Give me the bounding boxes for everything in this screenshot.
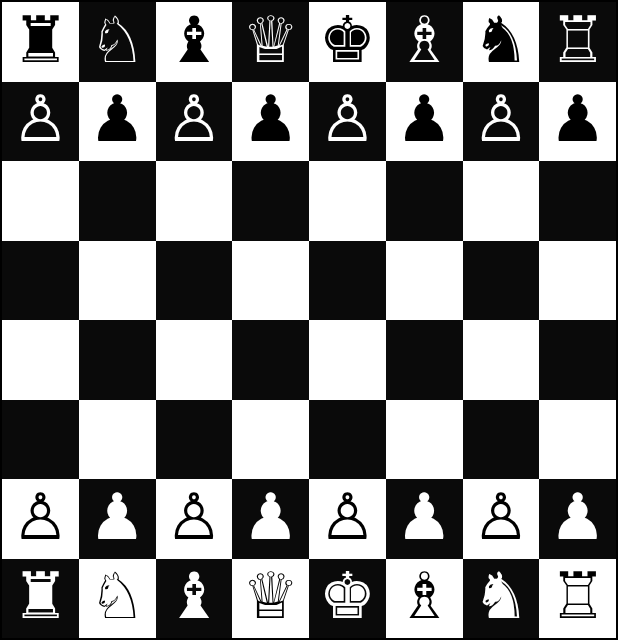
- square-e4[interactable]: [309, 320, 386, 400]
- square-g6[interactable]: [463, 161, 540, 241]
- piece-white-bishop: ♝: [165, 564, 222, 628]
- square-e6[interactable]: [309, 161, 386, 241]
- piece-white-pawn: ♟: [242, 485, 299, 549]
- square-a2[interactable]: ♙: [2, 479, 79, 559]
- square-b3[interactable]: [79, 400, 156, 480]
- piece-white-knight: ♘: [88, 564, 145, 628]
- square-a4[interactable]: [2, 320, 79, 400]
- piece-white-bishop: ♗: [395, 564, 452, 628]
- piece-black-knight: ♞: [472, 8, 529, 72]
- square-a3[interactable]: [2, 400, 79, 480]
- piece-black-pawn: ♙: [12, 87, 69, 151]
- square-b5[interactable]: [79, 241, 156, 321]
- square-a5[interactable]: [2, 241, 79, 321]
- piece-white-pawn: ♟: [395, 485, 452, 549]
- square-a6[interactable]: [2, 161, 79, 241]
- piece-white-pawn: ♙: [319, 485, 376, 549]
- square-g5[interactable]: [463, 241, 540, 321]
- piece-white-knight: ♞: [472, 564, 529, 628]
- piece-black-pawn: ♟: [549, 87, 606, 151]
- square-f7[interactable]: ♟: [386, 82, 463, 162]
- square-e2[interactable]: ♙: [309, 479, 386, 559]
- piece-black-pawn: ♙: [165, 87, 222, 151]
- square-e5[interactable]: [309, 241, 386, 321]
- square-a7[interactable]: ♙: [2, 82, 79, 162]
- piece-black-knight: ♘: [88, 8, 145, 72]
- square-b7[interactable]: ♟: [79, 82, 156, 162]
- square-g2[interactable]: ♙: [463, 479, 540, 559]
- piece-black-pawn: ♟: [242, 87, 299, 151]
- piece-black-rook: ♜: [12, 8, 69, 72]
- piece-black-bishop: ♗: [395, 8, 452, 72]
- square-f8[interactable]: ♗: [386, 2, 463, 82]
- square-f2[interactable]: ♟: [386, 479, 463, 559]
- square-d2[interactable]: ♟: [232, 479, 309, 559]
- square-d3[interactable]: [232, 400, 309, 480]
- square-g7[interactable]: ♙: [463, 82, 540, 162]
- square-e7[interactable]: ♙: [309, 82, 386, 162]
- square-c3[interactable]: [156, 400, 233, 480]
- square-c4[interactable]: [156, 320, 233, 400]
- square-d8[interactable]: ♕: [232, 2, 309, 82]
- piece-black-pawn: ♙: [319, 87, 376, 151]
- piece-black-pawn: ♟: [88, 87, 145, 151]
- square-e3[interactable]: [309, 400, 386, 480]
- square-c1[interactable]: ♝: [156, 559, 233, 639]
- piece-white-pawn: ♙: [12, 485, 69, 549]
- square-e8[interactable]: ♚: [309, 2, 386, 82]
- piece-black-rook: ♖: [549, 8, 606, 72]
- square-f4[interactable]: [386, 320, 463, 400]
- square-h7[interactable]: ♟: [539, 82, 616, 162]
- square-d5[interactable]: [232, 241, 309, 321]
- square-g3[interactable]: [463, 400, 540, 480]
- piece-white-rook: ♖: [549, 564, 606, 628]
- square-h1[interactable]: ♖: [539, 559, 616, 639]
- square-b2[interactable]: ♟: [79, 479, 156, 559]
- square-g8[interactable]: ♞: [463, 2, 540, 82]
- chessboard-container: ♜♘♝♕♚♗♞♖♙♟♙♟♙♟♙♟♙♟♙♟♙♟♙♟♜♘♝♕♚♗♞♖: [0, 0, 618, 640]
- square-b4[interactable]: [79, 320, 156, 400]
- square-h4[interactable]: [539, 320, 616, 400]
- square-a1[interactable]: ♜: [2, 559, 79, 639]
- square-h5[interactable]: [539, 241, 616, 321]
- square-c5[interactable]: [156, 241, 233, 321]
- piece-black-pawn: ♙: [472, 87, 529, 151]
- piece-white-pawn: ♟: [549, 485, 606, 549]
- square-c8[interactable]: ♝: [156, 2, 233, 82]
- square-h3[interactable]: [539, 400, 616, 480]
- square-f6[interactable]: [386, 161, 463, 241]
- square-d4[interactable]: [232, 320, 309, 400]
- square-b8[interactable]: ♘: [79, 2, 156, 82]
- piece-white-queen: ♕: [242, 564, 299, 628]
- square-f5[interactable]: [386, 241, 463, 321]
- piece-white-pawn: ♙: [165, 485, 222, 549]
- square-d6[interactable]: [232, 161, 309, 241]
- square-e1[interactable]: ♚: [309, 559, 386, 639]
- square-f1[interactable]: ♗: [386, 559, 463, 639]
- square-b1[interactable]: ♘: [79, 559, 156, 639]
- piece-white-rook: ♜: [12, 564, 69, 628]
- square-f3[interactable]: [386, 400, 463, 480]
- piece-black-queen: ♕: [242, 8, 299, 72]
- piece-black-pawn: ♟: [395, 87, 452, 151]
- square-a8[interactable]: ♜: [2, 2, 79, 82]
- square-g4[interactable]: [463, 320, 540, 400]
- piece-black-bishop: ♝: [165, 8, 222, 72]
- square-g1[interactable]: ♞: [463, 559, 540, 639]
- square-c2[interactable]: ♙: [156, 479, 233, 559]
- square-h8[interactable]: ♖: [539, 2, 616, 82]
- square-c7[interactable]: ♙: [156, 82, 233, 162]
- piece-white-pawn: ♟: [88, 485, 145, 549]
- square-h6[interactable]: [539, 161, 616, 241]
- square-d7[interactable]: ♟: [232, 82, 309, 162]
- piece-black-king: ♚: [319, 8, 376, 72]
- chessboard: ♜♘♝♕♚♗♞♖♙♟♙♟♙♟♙♟♙♟♙♟♙♟♙♟♜♘♝♕♚♗♞♖: [0, 0, 618, 640]
- square-b6[interactable]: [79, 161, 156, 241]
- square-c6[interactable]: [156, 161, 233, 241]
- piece-white-pawn: ♙: [472, 485, 529, 549]
- square-h2[interactable]: ♟: [539, 479, 616, 559]
- square-d1[interactable]: ♕: [232, 559, 309, 639]
- piece-white-king: ♚: [319, 564, 376, 628]
